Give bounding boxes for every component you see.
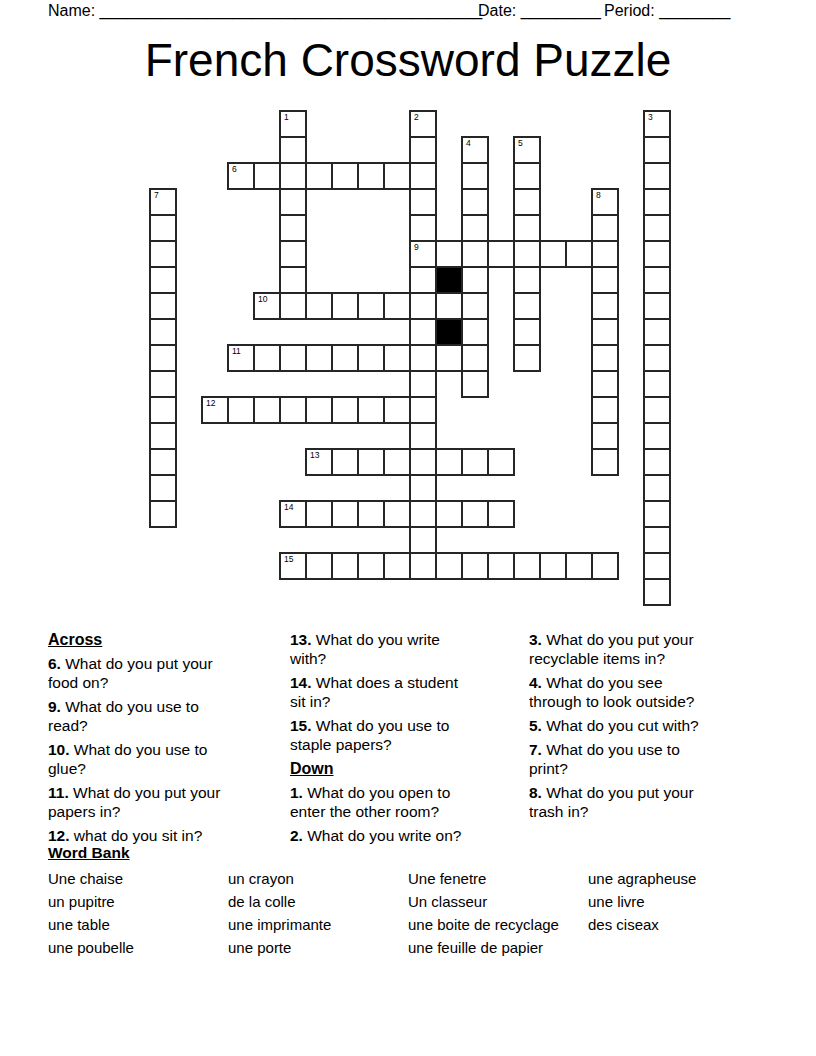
clue-number-15: 15 bbox=[284, 555, 293, 564]
grid-cell-r17c17[interactable] bbox=[591, 552, 619, 580]
clue-across-14: 14. What does a student sit in? bbox=[290, 673, 476, 711]
grid-cell-r17c13[interactable] bbox=[487, 552, 515, 580]
grid-cell-r15c8[interactable] bbox=[357, 500, 385, 528]
grid-cell-r0c5[interactable]: 1 bbox=[279, 110, 307, 138]
grid-cell-r6c14[interactable] bbox=[513, 266, 541, 294]
grid-cell-r1c14[interactable]: 5 bbox=[513, 136, 541, 164]
wordbank-item: un pupitre bbox=[48, 890, 134, 913]
grid-cell-r2c4[interactable] bbox=[253, 162, 281, 190]
grid-cell-r2c3[interactable]: 6 bbox=[227, 162, 255, 190]
grid-cell-r11c9[interactable] bbox=[383, 396, 411, 424]
wordbank-item: une boite de recyclage bbox=[408, 913, 559, 936]
name-blank-line: ________________________________________… bbox=[100, 2, 483, 19]
grid-cell-r2c5[interactable] bbox=[279, 162, 307, 190]
word-bank-column-3: Une fenetreUn classeurune boite de recyc… bbox=[408, 867, 559, 959]
period-field: Period: ________ bbox=[604, 2, 730, 20]
grid-cell-r8c14[interactable] bbox=[513, 318, 541, 346]
clue-across-15: 15. What do you use to staple papers? bbox=[290, 716, 476, 754]
clue-number-10: 10 bbox=[258, 295, 267, 304]
grid-cell-r13c11[interactable] bbox=[435, 448, 463, 476]
clue-down-5: 5. What do you cut with? bbox=[529, 716, 719, 735]
clue-down-3: 3. What do you put your recyclable items… bbox=[529, 630, 719, 668]
clue-number-label: 8. bbox=[529, 784, 542, 801]
clue-down-1: 1. What do you open to enter the other r… bbox=[290, 783, 476, 821]
clue-number-label: 1. bbox=[290, 784, 303, 801]
grid-cell-r0c19[interactable]: 3 bbox=[643, 110, 671, 138]
grid-cell-r15c6[interactable] bbox=[305, 500, 333, 528]
clue-number-3: 3 bbox=[648, 113, 653, 122]
grid-cell-r17c10[interactable] bbox=[409, 552, 437, 580]
grid-cell-r1c5[interactable] bbox=[279, 136, 307, 164]
clue-number-label: 4. bbox=[529, 674, 542, 691]
clue-across-6: 6. What do you put your food on? bbox=[48, 654, 235, 692]
grid-cell-r1c12[interactable]: 4 bbox=[461, 136, 489, 164]
grid-cell-r2c6[interactable] bbox=[305, 162, 333, 190]
grid-cell-r5c10[interactable]: 9 bbox=[409, 240, 437, 268]
grid-cell-r11c0[interactable] bbox=[149, 396, 177, 424]
clue-down-2: 2. What do you write on? bbox=[290, 826, 476, 845]
grid-cell-r8c10[interactable] bbox=[409, 318, 437, 346]
grid-cell-r6c0[interactable] bbox=[149, 266, 177, 294]
black-cell-r8c11 bbox=[435, 318, 463, 346]
clues-column-middle: 13. What do you write with?14. What does… bbox=[290, 630, 476, 850]
grid-cell-r9c7[interactable] bbox=[331, 344, 359, 372]
grid-cell-r11c5[interactable] bbox=[279, 396, 307, 424]
clue-number-label: 11. bbox=[48, 784, 69, 801]
grid-cell-r9c17[interactable] bbox=[591, 344, 619, 372]
grid-cell-r10c19[interactable] bbox=[643, 370, 671, 398]
grid-cell-r15c0[interactable] bbox=[149, 500, 177, 528]
grid-cell-r5c11[interactable] bbox=[435, 240, 463, 268]
grid-cell-r5c15[interactable] bbox=[539, 240, 567, 268]
clue-number-8: 8 bbox=[596, 191, 601, 200]
grid-cell-r8c12[interactable] bbox=[461, 318, 489, 346]
grid-cell-r2c10[interactable] bbox=[409, 162, 437, 190]
grid-cell-r3c10[interactable] bbox=[409, 188, 437, 216]
grid-cell-r12c19[interactable] bbox=[643, 422, 671, 450]
worksheet-page: Name: __________________________________… bbox=[0, 0, 816, 1056]
grid-cell-r9c11[interactable] bbox=[435, 344, 463, 372]
grid-cell-r7c8[interactable] bbox=[357, 292, 385, 320]
clue-across-13: 13. What do you write with? bbox=[290, 630, 476, 668]
grid-cell-r13c9[interactable] bbox=[383, 448, 411, 476]
grid-cell-r9c5[interactable] bbox=[279, 344, 307, 372]
grid-cell-r9c8[interactable] bbox=[357, 344, 385, 372]
wordbank-item: une livre bbox=[588, 890, 696, 913]
clue-across-12: 12. what do you sit in? bbox=[48, 826, 235, 845]
grid-cell-r3c19[interactable] bbox=[643, 188, 671, 216]
grid-cell-r13c7[interactable] bbox=[331, 448, 359, 476]
period-label: Period: bbox=[604, 2, 655, 19]
clues-column-left: Across6. What do you put your food on?9.… bbox=[48, 630, 235, 850]
grid-cell-r4c17[interactable] bbox=[591, 214, 619, 242]
clue-number-label: 5. bbox=[529, 717, 542, 734]
word-bank-column-1: Une chaiseun pupitreune tableune poubell… bbox=[48, 867, 134, 959]
grid-cell-r7c10[interactable] bbox=[409, 292, 437, 320]
grid-cell-r15c19[interactable] bbox=[643, 500, 671, 528]
grid-cell-r7c4[interactable]: 10 bbox=[253, 292, 281, 320]
clue-across-11: 11. What do you put your papers in? bbox=[48, 783, 235, 821]
grid-cell-r17c19[interactable] bbox=[643, 552, 671, 580]
grid-cell-r14c19[interactable] bbox=[643, 474, 671, 502]
grid-cell-r5c17[interactable] bbox=[591, 240, 619, 268]
grid-cell-r7c17[interactable] bbox=[591, 292, 619, 320]
grid-cell-r5c19[interactable] bbox=[643, 240, 671, 268]
clue-across-9: 9. What do you use to read? bbox=[48, 697, 235, 735]
grid-cell-r12c17[interactable] bbox=[591, 422, 619, 450]
grid-cell-r6c12[interactable] bbox=[461, 266, 489, 294]
grid-cell-r14c0[interactable] bbox=[149, 474, 177, 502]
grid-cell-r17c5[interactable]: 15 bbox=[279, 552, 307, 580]
clue-number-11: 11 bbox=[232, 347, 241, 356]
grid-cell-r17c8[interactable] bbox=[357, 552, 385, 580]
grid-cell-r9c14[interactable] bbox=[513, 344, 541, 372]
grid-cell-r13c10[interactable] bbox=[409, 448, 437, 476]
word-bank-column-2: un crayonde la colleune imprimanteune po… bbox=[228, 867, 331, 959]
grid-cell-r11c10[interactable] bbox=[409, 396, 437, 424]
grid-cell-r8c19[interactable] bbox=[643, 318, 671, 346]
grid-cell-r10c10[interactable] bbox=[409, 370, 437, 398]
grid-cell-r14c10[interactable] bbox=[409, 474, 437, 502]
grid-cell-r13c19[interactable] bbox=[643, 448, 671, 476]
clue-down-8: 8. What do you put your trash in? bbox=[529, 783, 719, 821]
grid-cell-r15c11[interactable] bbox=[435, 500, 463, 528]
grid-cell-r8c0[interactable] bbox=[149, 318, 177, 346]
grid-cell-r5c0[interactable] bbox=[149, 240, 177, 268]
clue-number-label: 6. bbox=[48, 655, 61, 672]
grid-cell-r2c9[interactable] bbox=[383, 162, 411, 190]
grid-cell-r10c12[interactable] bbox=[461, 370, 489, 398]
clue-number-4: 4 bbox=[466, 139, 471, 148]
grid-cell-r7c6[interactable] bbox=[305, 292, 333, 320]
grid-cell-r9c12[interactable] bbox=[461, 344, 489, 372]
grid-cell-r13c0[interactable] bbox=[149, 448, 177, 476]
clue-number-label: 10. bbox=[48, 741, 70, 758]
grid-cell-r9c4[interactable] bbox=[253, 344, 281, 372]
grid-cell-r11c19[interactable] bbox=[643, 396, 671, 424]
grid-cell-r3c12[interactable] bbox=[461, 188, 489, 216]
grid-cell-r3c5[interactable] bbox=[279, 188, 307, 216]
grid-cell-r9c3[interactable]: 11 bbox=[227, 344, 255, 372]
grid-cell-r9c0[interactable] bbox=[149, 344, 177, 372]
grid-cell-r7c0[interactable] bbox=[149, 292, 177, 320]
grid-cell-r4c0[interactable] bbox=[149, 214, 177, 242]
grid-cell-r6c19[interactable] bbox=[643, 266, 671, 294]
grid-cell-r3c14[interactable] bbox=[513, 188, 541, 216]
grid-cell-r11c6[interactable] bbox=[305, 396, 333, 424]
grid-cell-r4c19[interactable] bbox=[643, 214, 671, 242]
wordbank-item: des ciseax bbox=[588, 913, 696, 936]
clue-number-13: 13 bbox=[310, 451, 319, 460]
wordbank-item: une table bbox=[48, 913, 134, 936]
grid-cell-r17c16[interactable] bbox=[565, 552, 593, 580]
grid-cell-r11c3[interactable] bbox=[227, 396, 255, 424]
grid-cell-r9c19[interactable] bbox=[643, 344, 671, 372]
grid-cell-r15c7[interactable] bbox=[331, 500, 359, 528]
clue-number-label: 2. bbox=[290, 827, 303, 844]
clue-number-12: 12 bbox=[206, 399, 215, 408]
grid-cell-r15c5[interactable]: 14 bbox=[279, 500, 307, 528]
clue-number-9: 9 bbox=[414, 243, 419, 252]
grid-cell-r5c5[interactable] bbox=[279, 240, 307, 268]
grid-cell-r3c17[interactable]: 8 bbox=[591, 188, 619, 216]
grid-cell-r7c9[interactable] bbox=[383, 292, 411, 320]
grid-cell-r16c19[interactable] bbox=[643, 526, 671, 554]
grid-cell-r15c9[interactable] bbox=[383, 500, 411, 528]
grid-cell-r15c10[interactable] bbox=[409, 500, 437, 528]
grid-cell-r13c17[interactable] bbox=[591, 448, 619, 476]
period-blank-line: ________ bbox=[659, 2, 730, 19]
grid-cell-r17c12[interactable] bbox=[461, 552, 489, 580]
grid-cell-r7c14[interactable] bbox=[513, 292, 541, 320]
clue-number-label: 7. bbox=[529, 741, 542, 758]
grid-cell-r13c12[interactable] bbox=[461, 448, 489, 476]
grid-cell-r7c11[interactable] bbox=[435, 292, 463, 320]
grid-cell-r6c10[interactable] bbox=[409, 266, 437, 294]
grid-cell-r9c10[interactable] bbox=[409, 344, 437, 372]
clue-number-label: 15. bbox=[290, 717, 312, 734]
wordbank-item: une agrapheuse bbox=[588, 867, 696, 890]
clue-number-label: 14. bbox=[290, 674, 312, 691]
clue-number-label: 3. bbox=[529, 631, 542, 648]
name-label: Name: bbox=[48, 2, 95, 19]
grid-cell-r12c10[interactable] bbox=[409, 422, 437, 450]
date-blank-line: _________ bbox=[521, 2, 601, 19]
grid-cell-r6c17[interactable] bbox=[591, 266, 619, 294]
grid-cell-r15c12[interactable] bbox=[461, 500, 489, 528]
grid-cell-r5c12[interactable] bbox=[461, 240, 489, 268]
clue-number-label: 9. bbox=[48, 698, 61, 715]
grid-cell-r7c5[interactable] bbox=[279, 292, 307, 320]
clue-number-6: 6 bbox=[232, 165, 237, 174]
clues-across-header: Across bbox=[48, 630, 235, 649]
grid-cell-r1c19[interactable] bbox=[643, 136, 671, 164]
page-title: French Crossword Puzzle bbox=[0, 33, 816, 87]
clue-number-label: 13. bbox=[290, 631, 312, 648]
wordbank-item: une porte bbox=[228, 936, 331, 959]
grid-cell-r17c6[interactable] bbox=[305, 552, 333, 580]
grid-cell-r1c10[interactable] bbox=[409, 136, 437, 164]
wordbank-item: Un classeur bbox=[408, 890, 559, 913]
wordbank-item: une imprimante bbox=[228, 913, 331, 936]
grid-cell-r5c16[interactable] bbox=[565, 240, 593, 268]
grid-cell-r10c0[interactable] bbox=[149, 370, 177, 398]
grid-cell-r13c6[interactable]: 13 bbox=[305, 448, 333, 476]
wordbank-item: de la colle bbox=[228, 890, 331, 913]
grid-cell-r4c12[interactable] bbox=[461, 214, 489, 242]
grid-cell-r18c19[interactable] bbox=[643, 578, 671, 606]
grid-cell-r4c14[interactable] bbox=[513, 214, 541, 242]
grid-cell-r12c0[interactable] bbox=[149, 422, 177, 450]
grid-cell-r11c7[interactable] bbox=[331, 396, 359, 424]
clue-number-1: 1 bbox=[284, 113, 289, 122]
grid-cell-r3c0[interactable]: 7 bbox=[149, 188, 177, 216]
grid-cell-r17c15[interactable] bbox=[539, 552, 567, 580]
word-bank-column-4: une agrapheuseune livredes ciseax bbox=[588, 867, 696, 936]
grid-cell-r2c19[interactable] bbox=[643, 162, 671, 190]
grid-cell-r6c5[interactable] bbox=[279, 266, 307, 294]
grid-cell-r17c9[interactable] bbox=[383, 552, 411, 580]
clue-down-7: 7. What do you use to print? bbox=[529, 740, 719, 778]
clue-number-5: 5 bbox=[518, 139, 523, 148]
grid-cell-r7c19[interactable] bbox=[643, 292, 671, 320]
grid-cell-r13c8[interactable] bbox=[357, 448, 385, 476]
grid-cell-r9c6[interactable] bbox=[305, 344, 333, 372]
grid-cell-r5c13[interactable] bbox=[487, 240, 515, 268]
grid-cell-r15c13[interactable] bbox=[487, 500, 515, 528]
grid-cell-r13c13[interactable] bbox=[487, 448, 515, 476]
grid-cell-r16c10[interactable] bbox=[409, 526, 437, 554]
wordbank-item: Une chaise bbox=[48, 867, 134, 890]
grid-cell-r11c2[interactable]: 12 bbox=[201, 396, 229, 424]
grid-cell-r17c14[interactable] bbox=[513, 552, 541, 580]
grid-cell-r7c7[interactable] bbox=[331, 292, 359, 320]
grid-cell-r11c8[interactable] bbox=[357, 396, 385, 424]
date-label: Date: bbox=[478, 2, 516, 19]
grid-cell-r8c17[interactable] bbox=[591, 318, 619, 346]
grid-cell-r4c10[interactable] bbox=[409, 214, 437, 242]
grid-cell-r2c12[interactable] bbox=[461, 162, 489, 190]
grid-cell-r7c12[interactable] bbox=[461, 292, 489, 320]
grid-cell-r2c8[interactable] bbox=[357, 162, 385, 190]
grid-cell-r17c7[interactable] bbox=[331, 552, 359, 580]
clue-number-7: 7 bbox=[154, 191, 159, 200]
grid-cell-r4c5[interactable] bbox=[279, 214, 307, 242]
wordbank-item: Une fenetre bbox=[408, 867, 559, 890]
black-cell-r6c11 bbox=[435, 266, 463, 294]
name-field: Name: __________________________________… bbox=[48, 2, 482, 20]
clues-down-header: Down bbox=[290, 759, 476, 778]
grid-cell-r10c17[interactable] bbox=[591, 370, 619, 398]
clue-number-2: 2 bbox=[414, 113, 419, 122]
grid-cell-r11c4[interactable] bbox=[253, 396, 281, 424]
clue-number-label: 12. bbox=[48, 827, 70, 844]
wordbank-item: une poubelle bbox=[48, 936, 134, 959]
grid-cell-r0c10[interactable]: 2 bbox=[409, 110, 437, 138]
grid-cell-r9c9[interactable] bbox=[383, 344, 411, 372]
clue-number-14: 14 bbox=[284, 503, 293, 512]
grid-cell-r2c14[interactable] bbox=[513, 162, 541, 190]
grid-cell-r2c7[interactable] bbox=[331, 162, 359, 190]
crossword-grid: 123456789101112131415 bbox=[149, 110, 671, 606]
wordbank-item: un crayon bbox=[228, 867, 331, 890]
wordbank-item: une feuille de papier bbox=[408, 936, 559, 959]
clue-down-4: 4. What do you see through to look outsi… bbox=[529, 673, 719, 711]
date-field: Date: _________ bbox=[478, 2, 601, 20]
grid-cell-r11c17[interactable] bbox=[591, 396, 619, 424]
clue-across-10: 10. What do you use to glue? bbox=[48, 740, 235, 778]
grid-cell-r5c14[interactable] bbox=[513, 240, 541, 268]
word-bank-header: Word Bank bbox=[48, 844, 130, 862]
clues-column-right: 3. What do you put your recyclable items… bbox=[529, 630, 719, 826]
grid-cell-r17c11[interactable] bbox=[435, 552, 463, 580]
